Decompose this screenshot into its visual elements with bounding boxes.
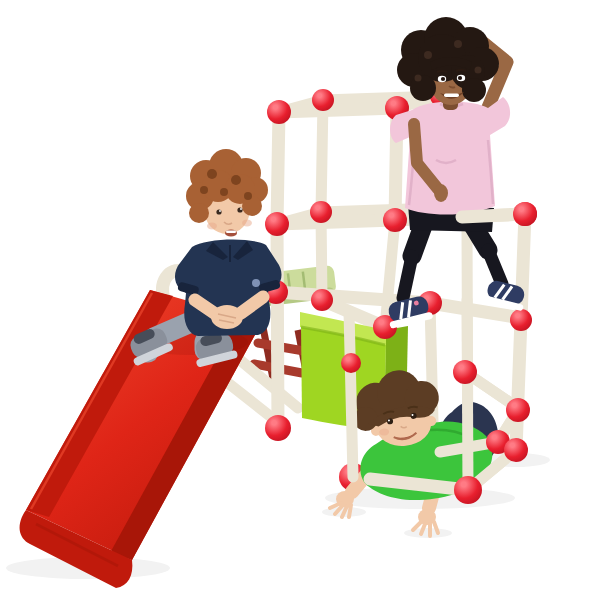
scene-illustration [0, 0, 600, 600]
child-girl-standing [385, 17, 528, 329]
child-toddler-slide [124, 149, 282, 368]
product-photo [0, 0, 600, 600]
